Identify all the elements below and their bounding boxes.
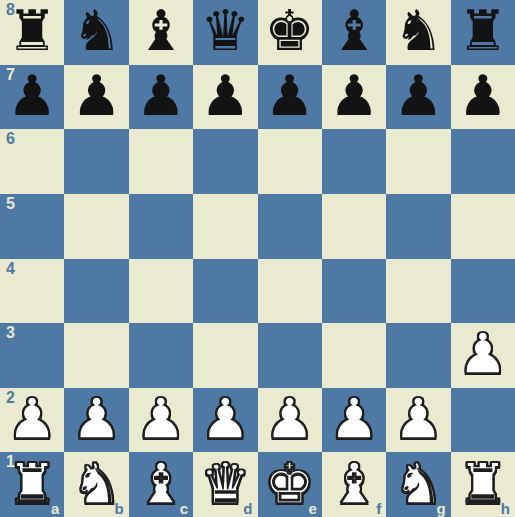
- square-g7[interactable]: ♟: [386, 65, 450, 130]
- square-e7[interactable]: ♟: [258, 65, 322, 130]
- square-g6[interactable]: [386, 129, 450, 194]
- square-d1[interactable]: d♛: [193, 452, 257, 517]
- square-f6[interactable]: [322, 129, 386, 194]
- white-king[interactable]: ♚: [265, 456, 315, 512]
- square-d8[interactable]: ♛: [193, 0, 257, 65]
- white-pawn[interactable]: ♟: [71, 391, 121, 447]
- square-h3[interactable]: ♟: [451, 323, 515, 388]
- white-bishop[interactable]: ♝: [329, 456, 379, 512]
- square-c1[interactable]: c♝: [129, 452, 193, 517]
- black-pawn[interactable]: ♟: [265, 68, 315, 124]
- black-rook[interactable]: ♜: [458, 3, 508, 59]
- black-knight[interactable]: ♞: [71, 3, 121, 59]
- rank-label: 5: [6, 195, 15, 213]
- square-a3[interactable]: 3: [0, 323, 64, 388]
- white-rook[interactable]: ♜: [7, 456, 57, 512]
- square-a8[interactable]: 8♜: [0, 0, 64, 65]
- square-e2[interactable]: ♟: [258, 388, 322, 453]
- square-c2[interactable]: ♟: [129, 388, 193, 453]
- chess-board-container: 8♜♞♝♛♚♝♞♜7♟♟♟♟♟♟♟♟6543♟2♟♟♟♟♟♟♟1a♜b♞c♝d♛…: [0, 0, 515, 517]
- square-b5[interactable]: [64, 194, 128, 259]
- square-d6[interactable]: [193, 129, 257, 194]
- square-f7[interactable]: ♟: [322, 65, 386, 130]
- square-c6[interactable]: [129, 129, 193, 194]
- black-pawn[interactable]: ♟: [7, 68, 57, 124]
- square-g2[interactable]: ♟: [386, 388, 450, 453]
- square-g3[interactable]: [386, 323, 450, 388]
- square-f5[interactable]: [322, 194, 386, 259]
- square-h6[interactable]: [451, 129, 515, 194]
- square-c7[interactable]: ♟: [129, 65, 193, 130]
- square-g5[interactable]: [386, 194, 450, 259]
- white-pawn[interactable]: ♟: [458, 326, 508, 382]
- black-rook[interactable]: ♜: [7, 3, 57, 59]
- black-pawn[interactable]: ♟: [136, 68, 186, 124]
- square-g8[interactable]: ♞: [386, 0, 450, 65]
- white-pawn[interactable]: ♟: [136, 391, 186, 447]
- black-pawn[interactable]: ♟: [458, 68, 508, 124]
- square-a5[interactable]: 5: [0, 194, 64, 259]
- square-b7[interactable]: ♟: [64, 65, 128, 130]
- square-h4[interactable]: [451, 259, 515, 324]
- square-e8[interactable]: ♚: [258, 0, 322, 65]
- chess-board: 8♜♞♝♛♚♝♞♜7♟♟♟♟♟♟♟♟6543♟2♟♟♟♟♟♟♟1a♜b♞c♝d♛…: [0, 0, 515, 517]
- black-bishop[interactable]: ♝: [329, 3, 379, 59]
- white-pawn[interactable]: ♟: [265, 391, 315, 447]
- square-c5[interactable]: [129, 194, 193, 259]
- white-pawn[interactable]: ♟: [200, 391, 250, 447]
- square-h8[interactable]: ♜: [451, 0, 515, 65]
- white-queen[interactable]: ♛: [200, 456, 250, 512]
- square-g4[interactable]: [386, 259, 450, 324]
- square-h1[interactable]: h♜: [451, 452, 515, 517]
- square-b1[interactable]: b♞: [64, 452, 128, 517]
- white-pawn[interactable]: ♟: [7, 391, 57, 447]
- square-b8[interactable]: ♞: [64, 0, 128, 65]
- black-pawn[interactable]: ♟: [71, 68, 121, 124]
- white-bishop[interactable]: ♝: [136, 456, 186, 512]
- square-b4[interactable]: [64, 259, 128, 324]
- square-f3[interactable]: [322, 323, 386, 388]
- white-pawn[interactable]: ♟: [393, 391, 443, 447]
- rank-label: 6: [6, 130, 15, 148]
- square-e4[interactable]: [258, 259, 322, 324]
- square-a4[interactable]: 4: [0, 259, 64, 324]
- black-pawn[interactable]: ♟: [393, 68, 443, 124]
- white-knight[interactable]: ♞: [71, 456, 121, 512]
- black-knight[interactable]: ♞: [393, 3, 443, 59]
- square-h2[interactable]: [451, 388, 515, 453]
- square-d7[interactable]: ♟: [193, 65, 257, 130]
- square-c3[interactable]: [129, 323, 193, 388]
- square-d2[interactable]: ♟: [193, 388, 257, 453]
- square-h5[interactable]: [451, 194, 515, 259]
- rank-label: 3: [6, 324, 15, 342]
- rank-label: 4: [6, 260, 15, 278]
- square-e6[interactable]: [258, 129, 322, 194]
- square-b2[interactable]: ♟: [64, 388, 128, 453]
- white-rook[interactable]: ♜: [458, 456, 508, 512]
- square-c4[interactable]: [129, 259, 193, 324]
- square-a1[interactable]: 1a♜: [0, 452, 64, 517]
- square-f8[interactable]: ♝: [322, 0, 386, 65]
- black-pawn[interactable]: ♟: [329, 68, 379, 124]
- black-king[interactable]: ♚: [265, 3, 315, 59]
- square-d4[interactable]: [193, 259, 257, 324]
- square-b3[interactable]: [64, 323, 128, 388]
- square-d5[interactable]: [193, 194, 257, 259]
- square-a2[interactable]: 2♟: [0, 388, 64, 453]
- black-queen[interactable]: ♛: [200, 3, 250, 59]
- square-f2[interactable]: ♟: [322, 388, 386, 453]
- white-knight[interactable]: ♞: [393, 456, 443, 512]
- square-g1[interactable]: g♞: [386, 452, 450, 517]
- square-f4[interactable]: [322, 259, 386, 324]
- square-d3[interactable]: [193, 323, 257, 388]
- square-h7[interactable]: ♟: [451, 65, 515, 130]
- square-a7[interactable]: 7♟: [0, 65, 64, 130]
- black-pawn[interactable]: ♟: [200, 68, 250, 124]
- square-e5[interactable]: [258, 194, 322, 259]
- square-a6[interactable]: 6: [0, 129, 64, 194]
- square-c8[interactable]: ♝: [129, 0, 193, 65]
- black-bishop[interactable]: ♝: [136, 3, 186, 59]
- square-e1[interactable]: e♚: [258, 452, 322, 517]
- square-e3[interactable]: [258, 323, 322, 388]
- square-b6[interactable]: [64, 129, 128, 194]
- white-pawn[interactable]: ♟: [329, 391, 379, 447]
- square-f1[interactable]: f♝: [322, 452, 386, 517]
